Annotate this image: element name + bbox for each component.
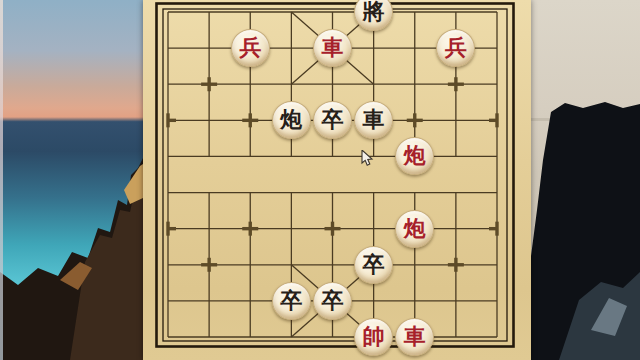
piece-red-cannon[interactable]: 炮 — [395, 137, 434, 175]
xiangqi-board[interactable]: 將兵車兵炮卒車炮炮卒卒卒帥車 — [147, 0, 517, 355]
piece-red-chariot[interactable]: 車 — [313, 29, 352, 67]
piece-black-pawn[interactable]: 卒 — [313, 282, 352, 320]
piece-black-chariot[interactable]: 車 — [354, 101, 393, 139]
piece-red-chariot[interactable]: 車 — [395, 318, 434, 356]
piece-red-general[interactable]: 帥 — [354, 318, 393, 356]
piece-black-cannon[interactable]: 炮 — [272, 101, 311, 139]
mouse-cursor-icon — [361, 150, 375, 168]
piece-black-pawn[interactable]: 卒 — [354, 246, 393, 284]
piece-black-pawn[interactable]: 卒 — [272, 282, 311, 320]
video-frame: 將兵車兵炮卒車炮炮卒卒卒帥車 — [0, 0, 640, 360]
piece-black-general[interactable]: 將 — [354, 0, 393, 31]
piece-red-pawn[interactable]: 兵 — [436, 29, 475, 67]
piece-red-pawn[interactable]: 兵 — [231, 29, 270, 67]
piece-red-cannon[interactable]: 炮 — [395, 210, 434, 248]
piece-black-pawn[interactable]: 卒 — [313, 101, 352, 139]
